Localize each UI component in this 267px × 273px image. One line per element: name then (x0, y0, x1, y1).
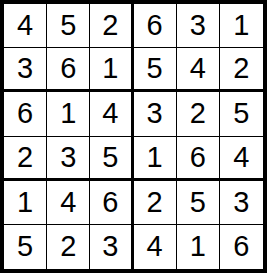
cell-r3c5[interactable]: 2 (177, 92, 220, 136)
cell-r1c6[interactable]: 1 (220, 4, 263, 48)
cell-r5c4[interactable]: 2 (134, 181, 177, 225)
cell-r4c4[interactable]: 1 (134, 137, 177, 181)
cell-digit: 6 (190, 143, 206, 172)
cell-r3c1[interactable]: 6 (4, 92, 47, 136)
cell-r1c3[interactable]: 2 (90, 4, 133, 48)
cell-r1c5[interactable]: 3 (177, 4, 220, 48)
cell-digit: 3 (233, 188, 249, 217)
cell-r3c6[interactable]: 5 (220, 92, 263, 136)
sudoku-board: 452631361542614325235164146253523416 (0, 0, 267, 273)
cell-r6c1[interactable]: 5 (4, 225, 47, 269)
cell-r2c3[interactable]: 1 (90, 48, 133, 92)
cell-digit: 5 (102, 143, 118, 172)
cell-digit: 1 (17, 188, 33, 217)
cell-digit: 2 (102, 11, 118, 40)
cell-digit: 4 (233, 143, 249, 172)
cell-digit: 6 (17, 99, 33, 128)
cell-digit: 4 (102, 99, 118, 128)
cell-r6c2[interactable]: 2 (47, 225, 90, 269)
cell-digit: 2 (190, 99, 206, 128)
cell-digit: 3 (102, 232, 118, 261)
cell-r6c3[interactable]: 3 (90, 225, 133, 269)
cell-r1c4[interactable]: 6 (134, 4, 177, 48)
cell-digit: 1 (233, 11, 249, 40)
cell-r6c6[interactable]: 6 (220, 225, 263, 269)
cell-digit: 3 (17, 54, 33, 83)
cell-digit: 2 (60, 232, 76, 261)
cell-digit: 5 (17, 232, 33, 261)
cell-r4c3[interactable]: 5 (90, 137, 133, 181)
cell-digit: 1 (102, 54, 118, 83)
cell-r2c6[interactable]: 2 (220, 48, 263, 92)
cell-digit: 5 (147, 54, 163, 83)
cell-r3c4[interactable]: 3 (134, 92, 177, 136)
cell-r1c1[interactable]: 4 (4, 4, 47, 48)
sudoku-page: 452631361542614325235164146253523416 (0, 0, 267, 273)
cell-r4c6[interactable]: 4 (220, 137, 263, 181)
cell-r1c2[interactable]: 5 (47, 4, 90, 48)
cell-digit: 4 (17, 11, 33, 40)
cell-r2c4[interactable]: 5 (134, 48, 177, 92)
cell-digit: 5 (190, 188, 206, 217)
cell-r4c5[interactable]: 6 (177, 137, 220, 181)
cell-r6c4[interactable]: 4 (134, 225, 177, 269)
cell-r6c5[interactable]: 1 (177, 225, 220, 269)
cell-digit: 3 (190, 11, 206, 40)
cell-digit: 1 (60, 99, 76, 128)
cell-digit: 5 (233, 99, 249, 128)
cell-digit: 4 (60, 188, 76, 217)
cell-r3c3[interactable]: 4 (90, 92, 133, 136)
cell-digit: 6 (102, 188, 118, 217)
cell-digit: 4 (190, 54, 206, 83)
cell-r5c3[interactable]: 6 (90, 181, 133, 225)
cell-digit: 3 (60, 143, 76, 172)
cell-digit: 6 (60, 54, 76, 83)
cell-r5c6[interactable]: 3 (220, 181, 263, 225)
cell-digit: 5 (60, 11, 76, 40)
cell-digit: 4 (147, 232, 163, 261)
cell-r3c2[interactable]: 1 (47, 92, 90, 136)
cell-r2c2[interactable]: 6 (47, 48, 90, 92)
cell-r5c2[interactable]: 4 (47, 181, 90, 225)
cell-r4c1[interactable]: 2 (4, 137, 47, 181)
cell-digit: 1 (147, 143, 163, 172)
cell-r4c2[interactable]: 3 (47, 137, 90, 181)
cell-digit: 6 (147, 11, 163, 40)
cell-digit: 2 (17, 143, 33, 172)
cell-digit: 6 (233, 232, 249, 261)
cell-digit: 2 (147, 188, 163, 217)
cell-r2c5[interactable]: 4 (177, 48, 220, 92)
cell-digit: 3 (147, 99, 163, 128)
cell-r5c1[interactable]: 1 (4, 181, 47, 225)
cell-r2c1[interactable]: 3 (4, 48, 47, 92)
cell-r5c5[interactable]: 5 (177, 181, 220, 225)
cell-digit: 1 (190, 232, 206, 261)
cell-digit: 2 (233, 54, 249, 83)
